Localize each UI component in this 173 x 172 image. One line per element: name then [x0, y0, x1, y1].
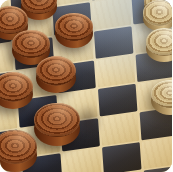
checker-piece-cream[interactable] [146, 28, 172, 62]
checker-piece-brown[interactable] [0, 130, 37, 171]
checker-piece-brown[interactable] [55, 13, 93, 49]
piece-top-face [143, 0, 173, 25]
piece-top-face [36, 56, 76, 86]
piece-top-face [146, 28, 172, 55]
pieces-layer [0, 0, 172, 172]
checker-piece-brown[interactable] [36, 56, 76, 94]
checker-piece-brown[interactable] [0, 72, 33, 110]
piece-top-face [12, 30, 50, 59]
checker-piece-cream[interactable] [151, 80, 172, 116]
piece-top-face [55, 13, 93, 42]
piece-top-face [34, 103, 80, 138]
checker-piece-brown[interactable] [34, 103, 80, 146]
checkers-app-icon[interactable] [0, 0, 172, 172]
checker-piece-cream[interactable] [143, 0, 173, 31]
